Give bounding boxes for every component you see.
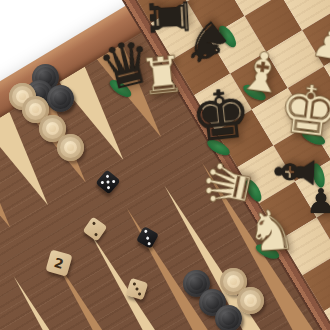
die-pip [100, 180, 104, 184]
die-pip [145, 235, 149, 239]
wood-die-2[interactable] [82, 216, 107, 241]
product-photo-chess-backgammon: ♜♞♛♜♚♝♚♟♛♝♟♞ 2 [0, 0, 330, 330]
die-pip [138, 293, 142, 297]
dice-layer [0, 0, 330, 330]
die-pip [112, 179, 116, 183]
die-pip [143, 229, 147, 233]
black-die-5[interactable] [95, 169, 120, 194]
die-pip [94, 232, 98, 236]
die-pip [105, 174, 109, 178]
black-die-3[interactable] [135, 225, 158, 248]
die-pip [132, 282, 136, 286]
wood-die-3[interactable] [126, 278, 149, 301]
die-pip [106, 180, 110, 184]
die-pip [146, 241, 150, 245]
die-pip [92, 222, 96, 226]
die-pip [106, 186, 110, 190]
die-pip [135, 287, 139, 291]
